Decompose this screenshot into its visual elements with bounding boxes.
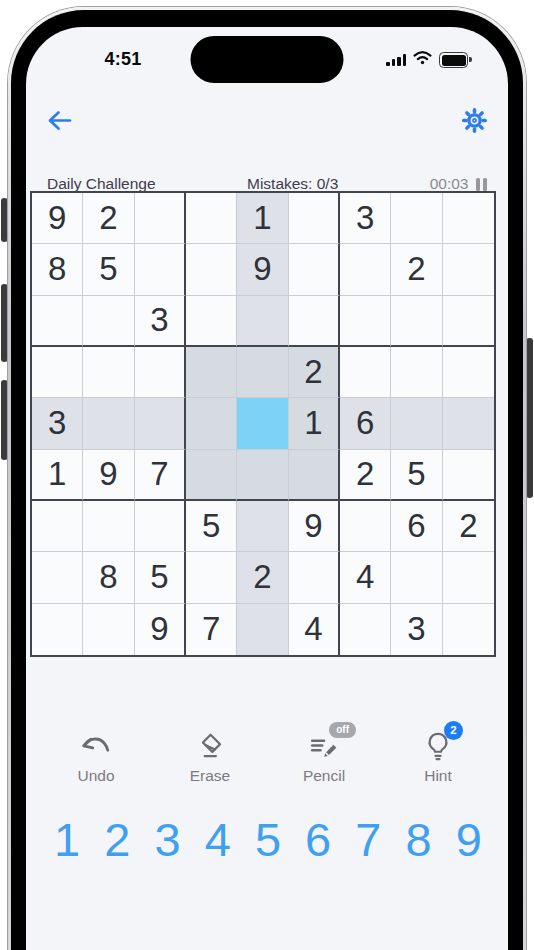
page: 4:51: [0, 0, 534, 950]
erase-label: Erase: [190, 767, 231, 785]
cell-r7c5[interactable]: [237, 501, 288, 552]
dynamic-island: [191, 36, 344, 83]
cell-r5c4[interactable]: [186, 398, 237, 449]
cell-r8c5[interactable]: 2: [237, 552, 288, 603]
volume-up-button: [1, 284, 8, 362]
cell-r1c5[interactable]: 1: [237, 193, 288, 244]
cell-r6c8[interactable]: 5: [391, 450, 442, 501]
cell-r8c7[interactable]: 4: [340, 552, 391, 603]
power-button: [526, 338, 533, 498]
numkey-8[interactable]: 8: [406, 809, 432, 870]
cell-r5c7[interactable]: 6: [340, 398, 391, 449]
toolbar: Undo Erase: [62, 731, 472, 785]
cell-r6c7[interactable]: 2: [340, 450, 391, 501]
hint-button[interactable]: 2 Hint: [404, 731, 472, 785]
cell-r2c5[interactable]: 9: [237, 244, 288, 295]
hint-label: Hint: [424, 767, 452, 785]
cell-r8c9[interactable]: [443, 552, 494, 603]
cell-r4c6[interactable]: 2: [289, 347, 340, 398]
cell-r5c6[interactable]: 1: [289, 398, 340, 449]
back-arrow-icon: [46, 109, 73, 135]
back-button[interactable]: [46, 109, 73, 135]
numpad: 1 2 3 4 5 6 7 8 9: [54, 809, 482, 870]
pause-icon[interactable]: [476, 178, 487, 191]
undo-arrow-icon: [79, 731, 113, 761]
cell-r2c6[interactable]: [289, 244, 340, 295]
undo-button[interactable]: Undo: [62, 731, 130, 785]
cell-r2c8[interactable]: 2: [391, 244, 442, 295]
cell-r9c5[interactable]: [237, 604, 288, 655]
numkey-5[interactable]: 5: [255, 809, 281, 870]
cell-r5c9[interactable]: [443, 398, 494, 449]
status-time: 4:51: [78, 49, 168, 70]
cell-r5c1[interactable]: 3: [32, 398, 83, 449]
cell-r9c9[interactable]: [443, 604, 494, 655]
cell-r4c8[interactable]: [391, 347, 442, 398]
hint-count-badge: 2: [444, 721, 463, 740]
cell-r5c8[interactable]: [391, 398, 442, 449]
cell-r2c2[interactable]: 5: [83, 244, 134, 295]
navbar: [26, 105, 508, 139]
numkey-9[interactable]: 9: [456, 809, 482, 870]
cell-r4c3[interactable]: [135, 347, 186, 398]
cell-r4c5[interactable]: [237, 347, 288, 398]
cell-r4c1[interactable]: [32, 347, 83, 398]
cell-r2c4[interactable]: [186, 244, 237, 295]
cell-r8c8[interactable]: [391, 552, 442, 603]
cell-r8c6[interactable]: [289, 552, 340, 603]
cell-r8c4[interactable]: [186, 552, 237, 603]
cell-r4c9[interactable]: [443, 347, 494, 398]
cell-r6c9[interactable]: [443, 450, 494, 501]
phone-frame: 4:51: [8, 7, 526, 950]
cell-r3c3[interactable]: 3: [135, 296, 186, 347]
cell-r8c3[interactable]: 5: [135, 552, 186, 603]
cell-r9c4[interactable]: 7: [186, 604, 237, 655]
cell-r6c6[interactable]: [289, 450, 340, 501]
erase-button[interactable]: Erase: [176, 731, 244, 785]
cell-r4c4[interactable]: [186, 347, 237, 398]
cell-r6c2[interactable]: 9: [83, 450, 134, 501]
sudoku-board: 921385923231619725596285249743: [30, 191, 496, 657]
cell-r1c9[interactable]: [443, 193, 494, 244]
cell-r3c4[interactable]: [186, 296, 237, 347]
cell-r1c4[interactable]: [186, 193, 237, 244]
cell-r1c3[interactable]: [135, 193, 186, 244]
pencil-button[interactable]: off Pencil: [290, 731, 358, 785]
cell-r7c8[interactable]: 6: [391, 501, 442, 552]
phone-bezel: 4:51: [11, 10, 523, 950]
volume-down-button: [1, 380, 8, 460]
cell-r3c6[interactable]: [289, 296, 340, 347]
mute-switch: [1, 198, 8, 242]
numkey-3[interactable]: 3: [154, 809, 180, 870]
wifi-icon: [413, 51, 432, 69]
cell-r2c3[interactable]: [135, 244, 186, 295]
cell-r6c3[interactable]: 7: [135, 450, 186, 501]
cell-r7c3[interactable]: [135, 501, 186, 552]
pencil-icon: off: [308, 731, 340, 761]
cell-r2c7[interactable]: [340, 244, 391, 295]
cell-r5c5[interactable]: [237, 398, 288, 449]
settings-button[interactable]: [461, 107, 488, 137]
cell-r4c2[interactable]: [83, 347, 134, 398]
cell-r7c6[interactable]: 9: [289, 501, 340, 552]
eraser-icon: [195, 731, 225, 761]
status-icons: [386, 51, 468, 69]
screen: 4:51: [26, 27, 508, 950]
numkey-2[interactable]: 2: [104, 809, 130, 870]
cell-r9c3[interactable]: 9: [135, 604, 186, 655]
cell-r7c1[interactable]: [32, 501, 83, 552]
numkey-1[interactable]: 1: [54, 809, 80, 870]
cell-r2c9[interactable]: [443, 244, 494, 295]
cell-r8c2[interactable]: 8: [83, 552, 134, 603]
cell-r5c3[interactable]: [135, 398, 186, 449]
cell-r1c6[interactable]: [289, 193, 340, 244]
cell-r3c7[interactable]: [340, 296, 391, 347]
cell-r7c7[interactable]: [340, 501, 391, 552]
cell-r9c7[interactable]: [340, 604, 391, 655]
cell-r5c2[interactable]: [83, 398, 134, 449]
cell-r4c7[interactable]: [340, 347, 391, 398]
cell-r8c1[interactable]: [32, 552, 83, 603]
cell-r3c5[interactable]: [237, 296, 288, 347]
numkey-7[interactable]: 7: [355, 809, 381, 870]
cell-r3c9[interactable]: [443, 296, 494, 347]
cell-r6c1[interactable]: 1: [32, 450, 83, 501]
pencil-label: Pencil: [303, 767, 345, 785]
undo-label: Undo: [77, 767, 114, 785]
cell-r9c2[interactable]: [83, 604, 134, 655]
cell-r3c8[interactable]: [391, 296, 442, 347]
cell-r1c1[interactable]: 9: [32, 193, 83, 244]
gear-icon: [461, 107, 488, 137]
cell-r1c7[interactable]: 3: [340, 193, 391, 244]
cell-r3c1[interactable]: [32, 296, 83, 347]
cellular-signal-icon: [386, 54, 406, 66]
cell-r6c4[interactable]: [186, 450, 237, 501]
numkey-4[interactable]: 4: [205, 809, 231, 870]
cell-r7c2[interactable]: [83, 501, 134, 552]
cell-r7c4[interactable]: 5: [186, 501, 237, 552]
battery-full-icon: [439, 52, 468, 68]
cell-r9c1[interactable]: [32, 604, 83, 655]
cell-r1c8[interactable]: [391, 193, 442, 244]
lightbulb-icon: 2: [424, 731, 452, 761]
cell-r1c2[interactable]: 2: [83, 193, 134, 244]
numkey-6[interactable]: 6: [305, 809, 331, 870]
cell-r3c2[interactable]: [83, 296, 134, 347]
pencil-off-badge: off: [329, 722, 356, 738]
cell-r7c9[interactable]: 2: [443, 501, 494, 552]
cell-r6c5[interactable]: [237, 450, 288, 501]
cell-r2c1[interactable]: 8: [32, 244, 83, 295]
cell-r9c8[interactable]: 3: [391, 604, 442, 655]
cell-r9c6[interactable]: 4: [289, 604, 340, 655]
